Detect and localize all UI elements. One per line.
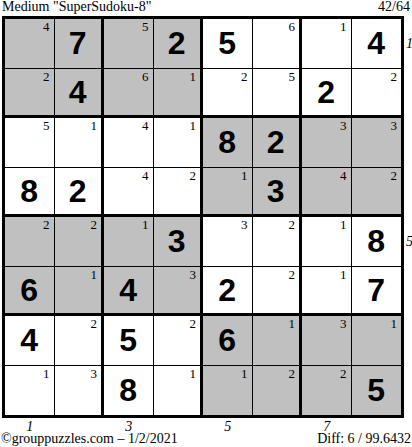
cell-r4c1[interactable]: 8	[5, 168, 55, 218]
pencil-mark: 1	[190, 70, 197, 84]
cell-r2c4[interactable]: 1	[154, 69, 204, 119]
pencil-mark: 2	[91, 218, 98, 232]
pencil-mark: 1	[190, 367, 197, 381]
pencil-mark: 1	[340, 20, 347, 34]
cell-r4c2[interactable]: 2	[55, 168, 105, 218]
cell-r3c8[interactable]: 3	[352, 118, 402, 168]
cell-value: 2	[267, 126, 285, 158]
cell-r4c5[interactable]: 1	[203, 168, 253, 218]
cell-value: 8	[119, 374, 137, 406]
pencil-mark: 3	[340, 317, 347, 331]
cell-r3c7[interactable]: 3	[302, 118, 352, 168]
pencil-mark: 2	[43, 70, 50, 84]
cell-value: 8	[367, 225, 385, 257]
cell-r4c3[interactable]: 4	[104, 168, 154, 218]
cell-r1c1[interactable]: 4	[5, 19, 55, 69]
header: Medium "SuperSudoku-8" 42/64	[2, 0, 410, 16]
cell-r8c8[interactable]: 5	[352, 366, 402, 416]
cell-r7c8[interactable]: 1	[352, 316, 402, 366]
cell-r2c6[interactable]: 5	[253, 69, 303, 119]
copyright: ©grouppuzzles.com – 1/2/2021	[1, 432, 178, 446]
pencil-mark: 2	[340, 367, 347, 381]
sudoku-board: 4752561424612522514182338242134222133218…	[2, 16, 404, 418]
cell-r3c1[interactable]: 5	[5, 118, 55, 168]
puzzle-title: Medium "SuperSudoku-8"	[2, 0, 151, 14]
pencil-mark: 3	[340, 119, 347, 133]
cell-r1c4[interactable]: 2	[154, 19, 204, 69]
cell-value: 3	[267, 175, 285, 207]
cell-r7c3[interactable]: 5	[104, 316, 154, 366]
cell-r5c5[interactable]: 3	[203, 217, 253, 267]
cell-value: 4	[20, 324, 38, 356]
pencil-mark: 1	[241, 169, 248, 183]
cell-r1c3[interactable]: 5	[104, 19, 154, 69]
pencil-mark: 2	[190, 169, 197, 183]
cell-r5c7[interactable]: 1	[302, 217, 352, 267]
cell-r1c2[interactable]: 7	[55, 19, 105, 69]
pencil-mark: 1	[91, 268, 98, 282]
cell-r8c5[interactable]: 1	[203, 366, 253, 416]
cell-r4c6[interactable]: 3	[253, 168, 303, 218]
pencil-mark: 2	[190, 317, 197, 331]
cell-r7c2[interactable]: 2	[55, 316, 105, 366]
pencil-mark: 4	[340, 169, 347, 183]
cell-r2c8[interactable]: 2	[352, 69, 402, 119]
cell-r4c4[interactable]: 2	[154, 168, 204, 218]
cell-r2c5[interactable]: 2	[203, 69, 253, 119]
cell-r5c1[interactable]: 2	[5, 217, 55, 267]
pencil-mark: 2	[91, 317, 98, 331]
cell-r3c5[interactable]: 8	[203, 118, 253, 168]
cell-value: 5	[218, 27, 236, 59]
cell-value: 4	[119, 274, 137, 306]
cell-r6c7[interactable]: 1	[302, 267, 352, 317]
cell-r7c5[interactable]: 6	[203, 316, 253, 366]
cell-r2c2[interactable]: 4	[55, 69, 105, 119]
cell-value: 4	[69, 76, 87, 108]
cell-r1c7[interactable]: 1	[302, 19, 352, 69]
cell-r5c4[interactable]: 3	[154, 217, 204, 267]
pencil-mark: 1	[391, 317, 398, 331]
cell-r6c5[interactable]: 2	[203, 267, 253, 317]
cell-value: 2	[317, 76, 335, 108]
pencil-mark: 3	[91, 367, 98, 381]
pencil-mark: 1	[91, 119, 98, 133]
pencil-mark: 1	[340, 218, 347, 232]
cell-value: 6	[218, 324, 236, 356]
cell-r6c6[interactable]: 2	[253, 267, 303, 317]
cell-r1c6[interactable]: 6	[253, 19, 303, 69]
cell-r7c6[interactable]: 1	[253, 316, 303, 366]
cell-value: 8	[20, 175, 38, 207]
cell-value: 2	[168, 27, 186, 59]
cell-r3c4[interactable]: 1	[154, 118, 204, 168]
pencil-mark: 2	[289, 367, 296, 381]
cell-value: 5	[367, 374, 385, 406]
cell-r3c3[interactable]: 4	[104, 118, 154, 168]
cell-value: 7	[367, 274, 385, 306]
cell-r5c8[interactable]: 8	[352, 217, 402, 267]
pencil-mark: 5	[43, 119, 50, 133]
cell-r7c7[interactable]: 3	[302, 316, 352, 366]
pencil-mark: 2	[43, 218, 50, 232]
cell-r6c1[interactable]: 6	[5, 267, 55, 317]
pencil-mark: 6	[289, 20, 296, 34]
cell-r6c4[interactable]: 3	[154, 267, 204, 317]
cell-r7c4[interactable]: 2	[154, 316, 204, 366]
cell-r8c2[interactable]: 3	[55, 366, 105, 416]
cell-r5c6[interactable]: 2	[253, 217, 303, 267]
pencil-mark: 4	[142, 169, 149, 183]
cell-r4c8[interactable]: 2	[352, 168, 402, 218]
pencil-mark: 1	[241, 367, 248, 381]
cell-r8c6[interactable]: 2	[253, 366, 303, 416]
progress-counter: 42/64	[378, 0, 410, 14]
cell-r6c3[interactable]: 4	[104, 267, 154, 317]
pencil-mark: 2	[289, 218, 296, 232]
pencil-mark: 4	[43, 20, 50, 34]
cell-r4c7[interactable]: 4	[302, 168, 352, 218]
pencil-mark: 2	[391, 70, 398, 84]
cell-r6c2[interactable]: 1	[55, 267, 105, 317]
cell-r7c1[interactable]: 4	[5, 316, 55, 366]
pencil-mark: 2	[241, 70, 248, 84]
pencil-mark: 1	[340, 268, 347, 282]
pencil-mark: 5	[289, 70, 296, 84]
cell-value: 2	[218, 274, 236, 306]
cell-value: 4	[367, 27, 385, 59]
pencil-mark: 1	[43, 367, 50, 381]
pencil-mark: 2	[289, 268, 296, 282]
pencil-mark: 2	[391, 169, 398, 183]
cell-r1c8[interactable]: 4	[352, 19, 402, 69]
cell-r8c3[interactable]: 8	[104, 366, 154, 416]
difficulty: Diff: 6 / 99.6432	[317, 432, 411, 446]
pencil-mark: 4	[142, 119, 149, 133]
pencil-mark: 3	[391, 119, 398, 133]
cell-r5c3[interactable]: 1	[104, 217, 154, 267]
cell-r5c2[interactable]: 2	[55, 217, 105, 267]
pencil-mark: 1	[190, 119, 197, 133]
cell-r8c7[interactable]: 2	[302, 366, 352, 416]
cell-r6c8[interactable]: 7	[352, 267, 402, 317]
row-label-5: 5	[406, 235, 412, 249]
cell-r3c2[interactable]: 1	[55, 118, 105, 168]
cell-r2c7[interactable]: 2	[302, 69, 352, 119]
pencil-mark: 1	[142, 218, 149, 232]
footer: ©grouppuzzles.com – 1/2/2021 Diff: 6 / 9…	[1, 432, 411, 446]
pencil-mark: 3	[241, 218, 248, 232]
cell-r8c1[interactable]: 1	[5, 366, 55, 416]
cell-value: 5	[119, 324, 137, 356]
cell-r2c1[interactable]: 2	[5, 69, 55, 119]
cell-value: 8	[218, 126, 236, 158]
cell-value: 3	[168, 225, 186, 257]
cell-r2c3[interactable]: 6	[104, 69, 154, 119]
cell-r8c4[interactable]: 1	[154, 366, 204, 416]
cell-value: 7	[69, 27, 87, 59]
cell-r1c5[interactable]: 5	[203, 19, 253, 69]
pencil-mark: 1	[289, 317, 296, 331]
pencil-mark: 3	[190, 268, 197, 282]
cell-value: 6	[20, 274, 38, 306]
row-label-1: 1	[406, 37, 412, 51]
pencil-mark: 6	[142, 70, 149, 84]
cell-r3c6[interactable]: 2	[253, 118, 303, 168]
pencil-mark: 5	[142, 20, 149, 34]
cell-value: 2	[69, 175, 87, 207]
